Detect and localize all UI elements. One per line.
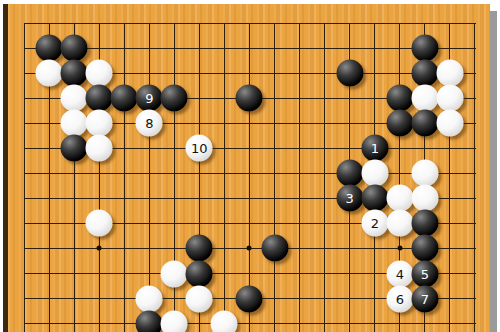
black-stone	[386, 110, 413, 137]
black-stone	[411, 235, 438, 262]
star-point	[247, 246, 252, 251]
black-stone	[386, 85, 413, 112]
black-stone-move-7: 7	[411, 285, 438, 312]
white-stone-move-2: 2	[361, 210, 388, 237]
black-stone	[61, 60, 88, 87]
white-stone	[211, 310, 238, 332]
move-number: 6	[396, 292, 404, 305]
move-number: 5	[421, 267, 429, 280]
move-number: 9	[145, 92, 153, 105]
white-stone-move-4: 4	[386, 260, 413, 287]
white-stone	[411, 160, 438, 187]
black-stone-move-3: 3	[336, 185, 363, 212]
grid-line-h-2	[24, 48, 476, 49]
black-stone	[111, 85, 138, 112]
black-stone	[136, 310, 163, 332]
white-stone-move-6: 6	[386, 285, 413, 312]
white-stone-move-10: 10	[186, 135, 213, 162]
white-stone	[186, 285, 213, 312]
move-number: 3	[346, 192, 354, 205]
grid-line-v-13	[324, 23, 325, 332]
grid-line-h-1	[24, 23, 476, 24]
white-stone	[411, 185, 438, 212]
black-stone	[411, 110, 438, 137]
grid-line-v-1	[24, 23, 25, 332]
move-number: 2	[371, 217, 379, 230]
white-stone	[436, 110, 463, 137]
black-stone	[186, 235, 213, 262]
black-stone	[36, 35, 63, 62]
black-stone	[361, 185, 388, 212]
star-point	[397, 246, 402, 251]
black-stone-move-1: 1	[361, 135, 388, 162]
go-diagram: 98101324567	[0, 0, 500, 332]
black-stone	[261, 235, 288, 262]
grid-line-v-19	[474, 23, 475, 332]
white-stone	[361, 160, 388, 187]
grid-line-h-13	[24, 323, 476, 324]
white-stone	[161, 310, 188, 332]
go-board[interactable]: 98101324567	[3, 4, 490, 332]
black-stone	[236, 85, 263, 112]
white-stone	[436, 85, 463, 112]
white-stone	[36, 60, 63, 87]
black-stone	[86, 85, 113, 112]
black-stone	[61, 35, 88, 62]
white-stone	[386, 210, 413, 237]
white-stone	[86, 110, 113, 137]
white-stone	[161, 260, 188, 287]
black-stone	[336, 60, 363, 87]
black-stone	[336, 160, 363, 187]
grid-line-v-5	[124, 23, 125, 332]
black-stone	[161, 85, 188, 112]
move-number: 8	[145, 117, 153, 130]
white-stone	[386, 185, 413, 212]
move-number: 7	[421, 292, 429, 305]
move-number: 1	[371, 142, 379, 155]
grid-line-v-11	[274, 23, 275, 332]
white-stone	[86, 60, 113, 87]
black-stone	[411, 60, 438, 87]
white-stone	[61, 85, 88, 112]
black-stone	[236, 285, 263, 312]
move-number: 10	[191, 142, 208, 155]
black-stone-move-9: 9	[136, 85, 163, 112]
white-stone-move-8: 8	[136, 110, 163, 137]
white-stone	[436, 60, 463, 87]
black-stone	[61, 135, 88, 162]
black-stone	[411, 35, 438, 62]
white-stone	[86, 135, 113, 162]
black-stone	[411, 210, 438, 237]
white-stone	[86, 210, 113, 237]
move-number: 4	[396, 267, 404, 280]
grid-line-v-9	[224, 23, 225, 332]
white-stone	[136, 285, 163, 312]
white-stone	[411, 85, 438, 112]
star-point	[97, 246, 102, 251]
black-stone	[186, 260, 213, 287]
white-stone	[61, 110, 88, 137]
black-stone-move-5: 5	[411, 260, 438, 287]
grid-line-v-12	[299, 23, 300, 332]
grid-line-h-7	[24, 173, 476, 174]
